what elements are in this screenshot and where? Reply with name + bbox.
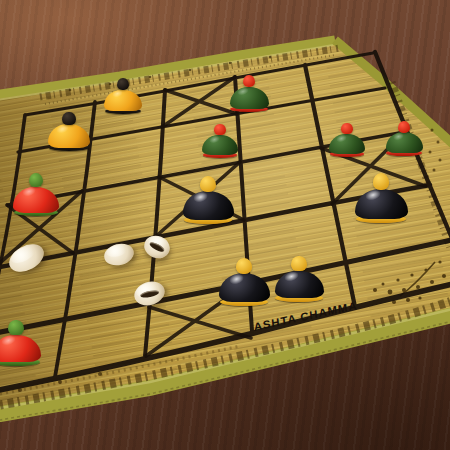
game-piece-green[interactable] [386,121,423,156]
game-piece-red[interactable] [0,320,41,366]
game-piece-green[interactable] [329,123,365,157]
cowrie-shell-die[interactable] [131,277,168,308]
pieces-layer [0,0,450,450]
game-piece-black[interactable] [183,176,234,224]
game-piece-yellow[interactable] [104,78,142,114]
game-piece-red[interactable] [13,173,59,216]
game-piece-black[interactable] [219,258,270,306]
game-piece-green[interactable] [230,75,269,112]
photo-stage: ASHTA CHAMMA [0,0,450,450]
cowrie-shell-die[interactable] [102,240,136,268]
cowrie-shell-die[interactable] [4,239,48,278]
game-piece-black[interactable] [275,256,324,302]
game-piece-yellow[interactable] [48,112,90,151]
game-piece-black[interactable] [355,173,408,223]
cowrie-shell-die[interactable] [141,232,173,262]
game-piece-green[interactable] [202,124,238,158]
